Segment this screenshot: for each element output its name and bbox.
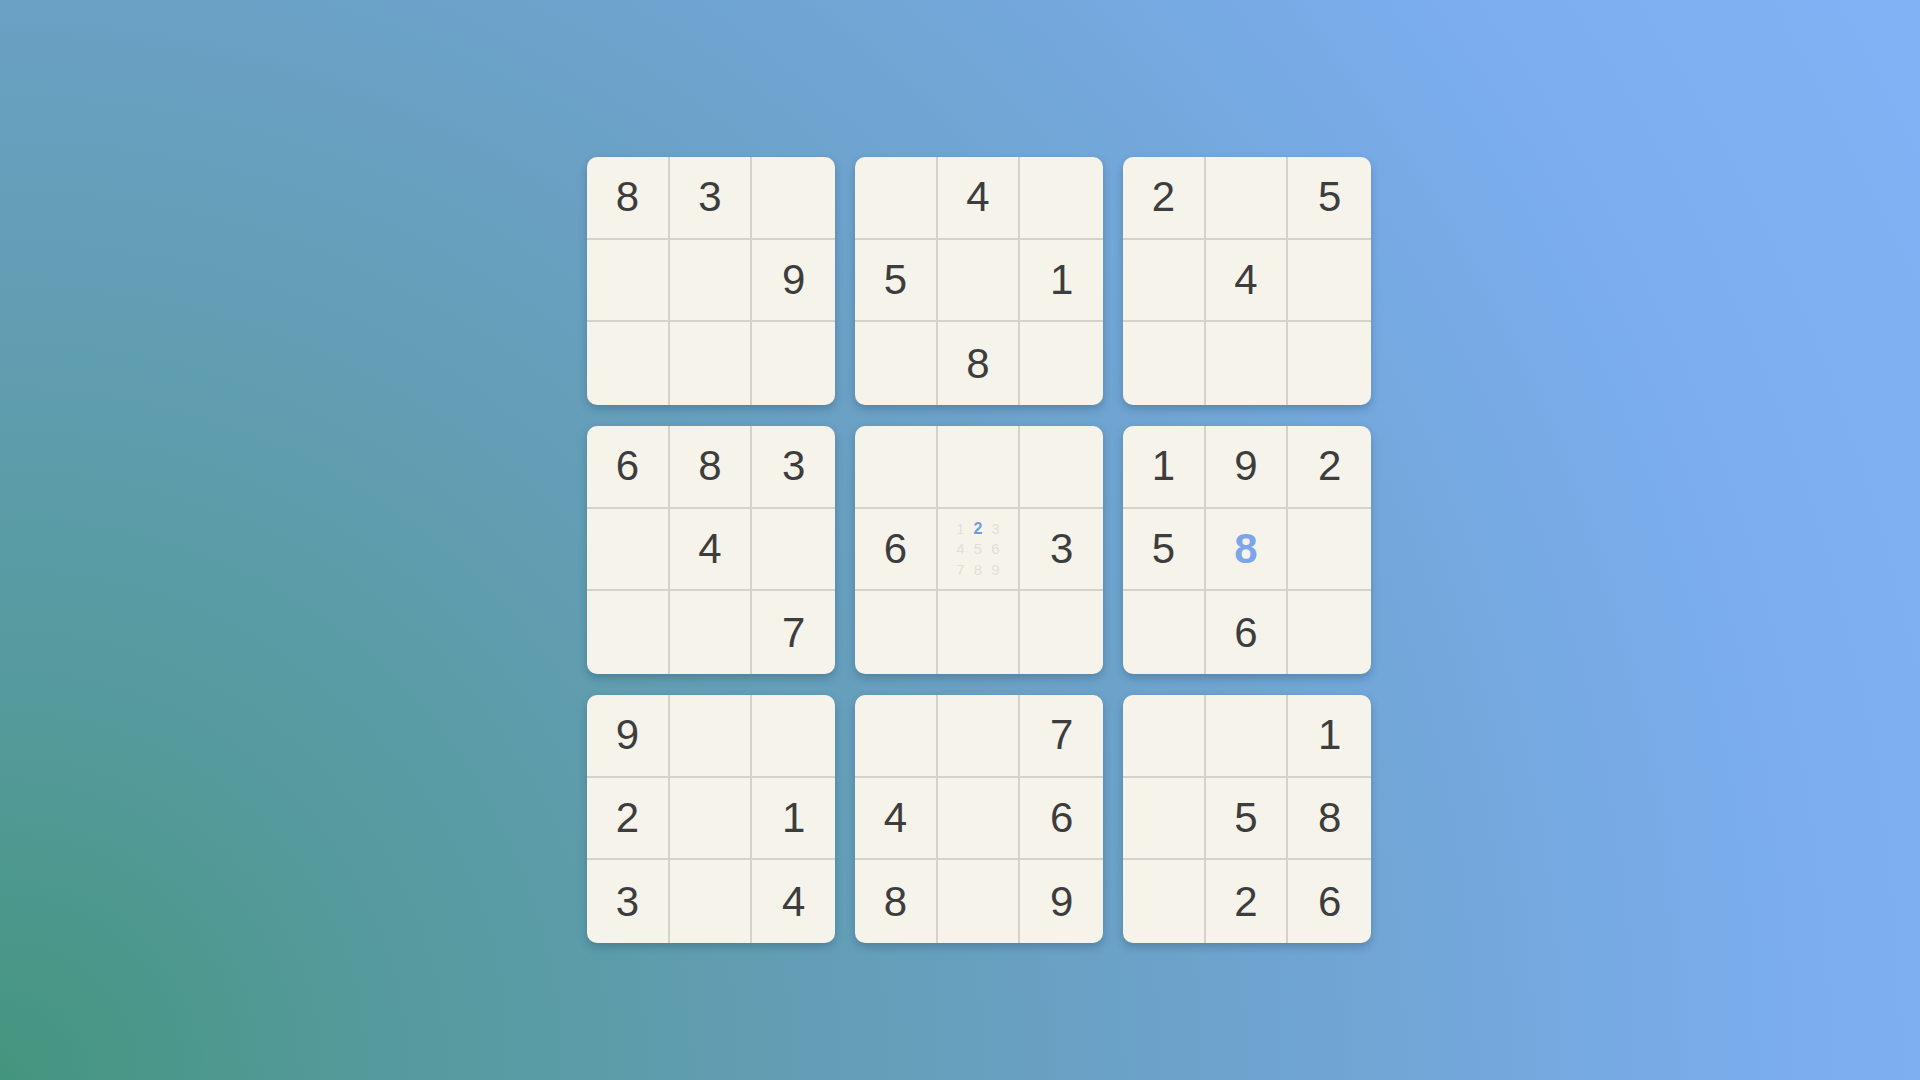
cell-r8c5[interactable] (938, 778, 1021, 861)
cell-r3c1[interactable] (587, 322, 670, 405)
cell-r5c3[interactable] (752, 509, 835, 592)
sudoku-board: 8394518254683476123456789319258692134746… (587, 157, 1371, 943)
cell-r7c2[interactable] (670, 695, 753, 778)
cell-r6c9[interactable] (1288, 591, 1371, 674)
cell-r4c8[interactable]: 9 (1206, 426, 1289, 509)
pencil-candidate-4: 4 (952, 539, 970, 559)
cell-r8c4[interactable]: 4 (855, 778, 938, 861)
cell-r4c9[interactable]: 2 (1288, 426, 1371, 509)
cell-r4c4[interactable] (855, 426, 938, 509)
cell-r6c1[interactable] (587, 591, 670, 674)
cell-r4c6[interactable] (1020, 426, 1103, 509)
cell-r1c1[interactable]: 8 (587, 157, 670, 240)
box-r1c3: 254 (1123, 157, 1371, 405)
pencil-candidate-9: 9 (987, 559, 1005, 579)
cell-r1c8[interactable] (1206, 157, 1289, 240)
cell-r4c7[interactable]: 1 (1123, 426, 1206, 509)
box-r1c2: 4518 (855, 157, 1103, 405)
cell-r6c5[interactable] (938, 591, 1021, 674)
cell-r3c8[interactable] (1206, 322, 1289, 405)
cell-r8c9[interactable]: 8 (1288, 778, 1371, 861)
cell-r1c6[interactable] (1020, 157, 1103, 240)
cell-r5c5[interactable]: 123456789 (938, 509, 1021, 592)
pencil-candidate-5: 5 (969, 539, 987, 559)
cell-r3c7[interactable] (1123, 322, 1206, 405)
pencil-candidate-3: 3 (987, 519, 1005, 539)
box-r2c2: 61234567893 (855, 426, 1103, 674)
box-r2c3: 192586 (1123, 426, 1371, 674)
cell-r4c5[interactable] (938, 426, 1021, 509)
cell-r7c8[interactable] (1206, 695, 1289, 778)
cell-r9c3[interactable]: 4 (752, 860, 835, 943)
cell-r7c6[interactable]: 7 (1020, 695, 1103, 778)
cell-r8c6[interactable]: 6 (1020, 778, 1103, 861)
box-r3c1: 92134 (587, 695, 835, 943)
cell-r2c9[interactable] (1288, 240, 1371, 323)
cell-r5c4[interactable]: 6 (855, 509, 938, 592)
cell-r7c4[interactable] (855, 695, 938, 778)
cell-r4c2[interactable]: 8 (670, 426, 753, 509)
cell-r9c5[interactable] (938, 860, 1021, 943)
cell-r3c3[interactable] (752, 322, 835, 405)
box-r2c1: 68347 (587, 426, 835, 674)
cell-r3c5[interactable]: 8 (938, 322, 1021, 405)
cell-r5c2[interactable]: 4 (670, 509, 753, 592)
cell-r2c5[interactable] (938, 240, 1021, 323)
cell-r7c9[interactable]: 1 (1288, 695, 1371, 778)
cell-r8c1[interactable]: 2 (587, 778, 670, 861)
cell-r2c4[interactable]: 5 (855, 240, 938, 323)
cell-r2c8[interactable]: 4 (1206, 240, 1289, 323)
cell-r8c7[interactable] (1123, 778, 1206, 861)
cell-r1c7[interactable]: 2 (1123, 157, 1206, 240)
box-r3c2: 74689 (855, 695, 1103, 943)
cell-r9c9[interactable]: 6 (1288, 860, 1371, 943)
cell-r3c4[interactable] (855, 322, 938, 405)
cell-r1c9[interactable]: 5 (1288, 157, 1371, 240)
pencil-candidate-6: 6 (987, 539, 1005, 559)
cell-r5c9[interactable] (1288, 509, 1371, 592)
cell-r1c4[interactable] (855, 157, 938, 240)
pencil-candidate-2: 2 (969, 519, 987, 539)
cell-r7c3[interactable] (752, 695, 835, 778)
cell-r8c2[interactable] (670, 778, 753, 861)
cell-r9c2[interactable] (670, 860, 753, 943)
cell-r9c4[interactable]: 8 (855, 860, 938, 943)
cell-r5c7[interactable]: 5 (1123, 509, 1206, 592)
pencil-candidate-8: 8 (969, 559, 987, 579)
cell-r5c8[interactable]: 8 (1206, 509, 1289, 592)
cell-r6c6[interactable] (1020, 591, 1103, 674)
pencil-candidate-7: 7 (952, 559, 970, 579)
cell-r7c7[interactable] (1123, 695, 1206, 778)
cell-r6c7[interactable] (1123, 591, 1206, 674)
box-r1c1: 839 (587, 157, 835, 405)
cell-r9c8[interactable]: 2 (1206, 860, 1289, 943)
cell-r4c3[interactable]: 3 (752, 426, 835, 509)
cell-r3c2[interactable] (670, 322, 753, 405)
cell-r8c8[interactable]: 5 (1206, 778, 1289, 861)
pencil-candidate-1: 1 (952, 519, 970, 539)
cell-r6c3[interactable]: 7 (752, 591, 835, 674)
box-r3c3: 15826 (1123, 695, 1371, 943)
cell-r7c5[interactable] (938, 695, 1021, 778)
cell-r1c5[interactable]: 4 (938, 157, 1021, 240)
cell-r1c2[interactable]: 3 (670, 157, 753, 240)
cell-r2c6[interactable]: 1 (1020, 240, 1103, 323)
cell-r3c6[interactable] (1020, 322, 1103, 405)
cell-r6c8[interactable]: 6 (1206, 591, 1289, 674)
cell-r5c6[interactable]: 3 (1020, 509, 1103, 592)
cell-r2c3[interactable]: 9 (752, 240, 835, 323)
cell-r9c1[interactable]: 3 (587, 860, 670, 943)
cell-r3c9[interactable] (1288, 322, 1371, 405)
cell-r6c4[interactable] (855, 591, 938, 674)
cell-r7c1[interactable]: 9 (587, 695, 670, 778)
cell-r8c3[interactable]: 1 (752, 778, 835, 861)
cell-r2c7[interactable] (1123, 240, 1206, 323)
cell-r5c1[interactable] (587, 509, 670, 592)
cell-r2c1[interactable] (587, 240, 670, 323)
cell-r4c1[interactable]: 6 (587, 426, 670, 509)
cell-r2c2[interactable] (670, 240, 753, 323)
cell-r6c2[interactable] (670, 591, 753, 674)
cell-r9c6[interactable]: 9 (1020, 860, 1103, 943)
cell-r1c3[interactable] (752, 157, 835, 240)
cell-r9c7[interactable] (1123, 860, 1206, 943)
pencil-marks: 123456789 (938, 509, 1019, 590)
